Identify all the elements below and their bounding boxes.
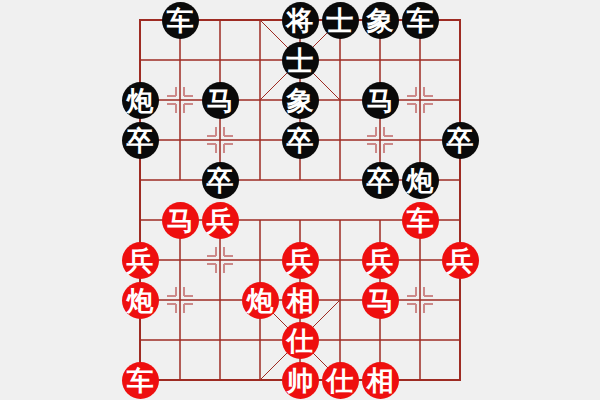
piece-red-horse[interactable]: 马 — [162, 202, 199, 239]
xiangqi-board: 车将士象车士炮马象马卒卒卒卒卒炮马兵车兵兵兵兵炮炮相马仕车帅仕相 — [0, 0, 600, 400]
piece-black-soldier[interactable]: 卒 — [122, 122, 159, 159]
piece-black-general[interactable]: 将 — [282, 2, 319, 39]
piece-red-horse[interactable]: 马 — [362, 282, 399, 319]
piece-red-soldier[interactable]: 兵 — [362, 242, 399, 279]
piece-red-cannon[interactable]: 炮 — [242, 282, 279, 319]
piece-red-cannon[interactable]: 炮 — [122, 282, 159, 319]
piece-black-horse[interactable]: 马 — [202, 82, 239, 119]
piece-black-elephant[interactable]: 象 — [362, 2, 399, 39]
piece-black-advisor[interactable]: 士 — [322, 2, 359, 39]
piece-red-soldier[interactable]: 兵 — [442, 242, 479, 279]
piece-red-elephant[interactable]: 相 — [282, 282, 319, 319]
piece-red-soldier[interactable]: 兵 — [122, 242, 159, 279]
piece-red-elephant[interactable]: 相 — [362, 362, 399, 399]
piece-red-chariot[interactable]: 车 — [122, 362, 159, 399]
piece-black-chariot[interactable]: 车 — [162, 2, 199, 39]
piece-black-soldier[interactable]: 卒 — [282, 122, 319, 159]
piece-red-soldier[interactable]: 兵 — [202, 202, 239, 239]
piece-black-soldier[interactable]: 卒 — [362, 162, 399, 199]
piece-red-advisor[interactable]: 仕 — [282, 322, 319, 359]
piece-black-cannon[interactable]: 炮 — [402, 162, 439, 199]
piece-red-advisor[interactable]: 仕 — [322, 362, 359, 399]
piece-black-horse[interactable]: 马 — [362, 82, 399, 119]
piece-black-soldier[interactable]: 卒 — [202, 162, 239, 199]
piece-black-soldier[interactable]: 卒 — [442, 122, 479, 159]
piece-black-elephant[interactable]: 象 — [282, 82, 319, 119]
piece-red-soldier[interactable]: 兵 — [282, 242, 319, 279]
board-grid: 车将士象车士炮马象马卒卒卒卒卒炮马兵车兵兵兵兵炮炮相马仕车帅仕相 — [120, 0, 480, 400]
piece-red-chariot[interactable]: 车 — [402, 202, 439, 239]
piece-black-chariot[interactable]: 车 — [402, 2, 439, 39]
piece-red-general[interactable]: 帅 — [282, 362, 319, 399]
piece-black-cannon[interactable]: 炮 — [122, 82, 159, 119]
piece-black-advisor[interactable]: 士 — [282, 42, 319, 79]
